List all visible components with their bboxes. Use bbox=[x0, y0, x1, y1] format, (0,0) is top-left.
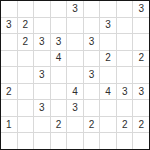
cell-r6c5-clue[interactable]: 4 bbox=[67, 84, 83, 100]
cell-r2c2-clue[interactable]: 2 bbox=[18, 18, 34, 34]
cell-r8c1-clue[interactable]: 1 bbox=[1, 117, 17, 133]
puzzle-board: 33323233342233244333312222 bbox=[0, 0, 150, 150]
cell-r1c6[interactable] bbox=[84, 1, 100, 17]
cell-r2c3[interactable] bbox=[34, 18, 50, 34]
cell-r8c8-clue[interactable]: 2 bbox=[117, 117, 133, 133]
cell-r2c8[interactable] bbox=[117, 18, 133, 34]
cell-r9c2[interactable] bbox=[18, 133, 34, 149]
cell-r2c1-clue[interactable]: 3 bbox=[1, 18, 17, 34]
cell-r5c2[interactable] bbox=[18, 67, 34, 83]
cell-r9c8[interactable] bbox=[117, 133, 133, 149]
cell-r9c5[interactable] bbox=[67, 133, 83, 149]
cell-r7c7[interactable] bbox=[100, 100, 116, 116]
cell-r2c7-clue[interactable]: 3 bbox=[100, 18, 116, 34]
cell-r5c5[interactable] bbox=[67, 67, 83, 83]
cell-r3c2-clue[interactable]: 2 bbox=[18, 34, 34, 50]
cell-r2c6[interactable] bbox=[84, 18, 100, 34]
cell-r3c5[interactable] bbox=[67, 34, 83, 50]
cell-r9c6[interactable] bbox=[84, 133, 100, 149]
cell-r8c5[interactable] bbox=[67, 117, 83, 133]
cell-r3c1[interactable] bbox=[1, 34, 17, 50]
cell-r4c7-clue[interactable]: 2 bbox=[100, 51, 116, 67]
cell-r5c4[interactable] bbox=[51, 67, 67, 83]
cell-r1c1[interactable] bbox=[1, 1, 17, 17]
cell-r3c4-clue[interactable]: 3 bbox=[51, 34, 67, 50]
cell-r6c8-clue[interactable]: 3 bbox=[117, 84, 133, 100]
cell-r5c3-clue[interactable]: 3 bbox=[34, 67, 50, 83]
cell-r9c3[interactable] bbox=[34, 133, 50, 149]
cell-r8c6-clue[interactable]: 2 bbox=[84, 117, 100, 133]
cell-r2c9[interactable] bbox=[133, 18, 149, 34]
cell-r8c7[interactable] bbox=[100, 117, 116, 133]
cell-r8c9-clue[interactable]: 2 bbox=[133, 117, 149, 133]
cell-r1c4[interactable] bbox=[51, 1, 67, 17]
cell-r7c8[interactable] bbox=[117, 100, 133, 116]
cell-r9c7[interactable] bbox=[100, 133, 116, 149]
cell-r6c1-clue[interactable]: 2 bbox=[1, 84, 17, 100]
cell-r4c4-clue[interactable]: 4 bbox=[51, 51, 67, 67]
cell-r7c6[interactable] bbox=[84, 100, 100, 116]
cell-r1c7[interactable] bbox=[100, 1, 116, 17]
cell-r1c8[interactable] bbox=[117, 1, 133, 17]
cell-r6c4[interactable] bbox=[51, 84, 67, 100]
cell-r7c1[interactable] bbox=[1, 100, 17, 116]
cell-r7c2[interactable] bbox=[18, 100, 34, 116]
cell-r1c5-clue[interactable]: 3 bbox=[67, 1, 83, 17]
cell-r7c9[interactable] bbox=[133, 100, 149, 116]
cell-r5c9[interactable] bbox=[133, 67, 149, 83]
cell-r4c9-clue[interactable]: 2 bbox=[133, 51, 149, 67]
cell-r7c3-clue[interactable]: 3 bbox=[34, 100, 50, 116]
cell-r4c8[interactable] bbox=[117, 51, 133, 67]
cell-r3c3-clue[interactable]: 3 bbox=[34, 34, 50, 50]
cell-r2c4[interactable] bbox=[51, 18, 67, 34]
cell-r6c6[interactable] bbox=[84, 84, 100, 100]
cell-r3c9[interactable] bbox=[133, 34, 149, 50]
cell-r7c4[interactable] bbox=[51, 100, 67, 116]
cell-r8c3[interactable] bbox=[34, 117, 50, 133]
cell-r1c9-clue[interactable]: 3 bbox=[133, 1, 149, 17]
cell-r7c5-clue[interactable]: 3 bbox=[67, 100, 83, 116]
cell-r4c1[interactable] bbox=[1, 51, 17, 67]
cell-r8c4-clue[interactable]: 2 bbox=[51, 117, 67, 133]
cell-r5c7[interactable] bbox=[100, 67, 116, 83]
cell-r4c2[interactable] bbox=[18, 51, 34, 67]
cell-r3c7[interactable] bbox=[100, 34, 116, 50]
cell-r3c8[interactable] bbox=[117, 34, 133, 50]
cell-r6c9-clue[interactable]: 3 bbox=[133, 84, 149, 100]
cell-r4c5[interactable] bbox=[67, 51, 83, 67]
cell-r1c3[interactable] bbox=[34, 1, 50, 17]
cell-r4c6[interactable] bbox=[84, 51, 100, 67]
cell-r9c4[interactable] bbox=[51, 133, 67, 149]
cell-r8c2[interactable] bbox=[18, 117, 34, 133]
cell-r1c2[interactable] bbox=[18, 1, 34, 17]
cell-r9c1[interactable] bbox=[1, 133, 17, 149]
cell-r4c3[interactable] bbox=[34, 51, 50, 67]
cell-r6c2[interactable] bbox=[18, 84, 34, 100]
cell-r5c8[interactable] bbox=[117, 67, 133, 83]
cell-r3c6-clue[interactable]: 3 bbox=[84, 34, 100, 50]
cell-r9c9[interactable] bbox=[133, 133, 149, 149]
cell-r6c3[interactable] bbox=[34, 84, 50, 100]
cell-r5c6-clue[interactable]: 3 bbox=[84, 67, 100, 83]
cell-r6c7-clue[interactable]: 4 bbox=[100, 84, 116, 100]
cell-r5c1[interactable] bbox=[1, 67, 17, 83]
cell-r2c5[interactable] bbox=[67, 18, 83, 34]
